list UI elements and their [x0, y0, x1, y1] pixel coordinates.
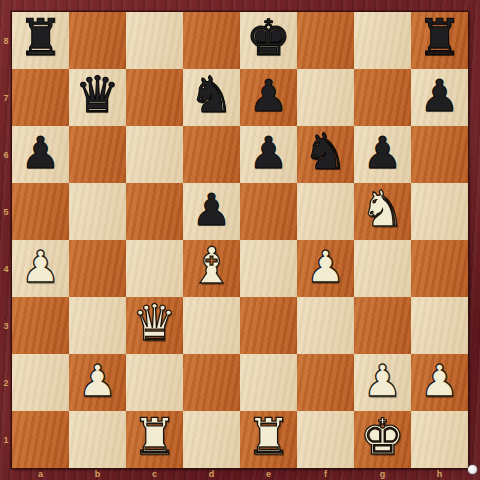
file-labels: abcdefgh — [12, 467, 468, 480]
square-b7[interactable]: ♛ — [69, 69, 126, 126]
square-b1[interactable] — [69, 411, 126, 468]
piece-white-queen[interactable]: ♛ — [132, 295, 177, 352]
square-h7[interactable]: ♟ — [411, 69, 468, 126]
square-h3[interactable] — [411, 297, 468, 354]
square-e1[interactable]: ♜ — [240, 411, 297, 468]
file-label-b: b — [69, 467, 126, 480]
piece-black-knight[interactable]: ♞ — [189, 67, 234, 124]
square-b4[interactable] — [69, 240, 126, 297]
square-d4[interactable]: ♝ — [183, 240, 240, 297]
square-c1[interactable]: ♜ — [126, 411, 183, 468]
square-c3[interactable]: ♛ — [126, 297, 183, 354]
square-e8[interactable]: ♚ — [240, 12, 297, 69]
square-e3[interactable] — [240, 297, 297, 354]
piece-black-pawn[interactable]: ♟ — [420, 67, 459, 124]
rank-label-5: 5 — [0, 183, 12, 240]
rank-label-8: 8 — [0, 12, 12, 69]
piece-black-pawn[interactable]: ♟ — [249, 67, 288, 124]
square-c5[interactable] — [126, 183, 183, 240]
board-frame: ♜♚♜♛♞♟♟♟♟♞♟♟♞♟♝♟♛♟♟♟♜♜♚ 87654321 abcdefg… — [0, 0, 480, 480]
file-label-g: g — [354, 467, 411, 480]
rank-label-7: 7 — [0, 69, 12, 126]
piece-white-pawn[interactable]: ♟ — [21, 238, 60, 295]
piece-white-pawn[interactable]: ♟ — [78, 352, 117, 409]
square-e2[interactable] — [240, 354, 297, 411]
square-g8[interactable] — [354, 12, 411, 69]
square-d2[interactable] — [183, 354, 240, 411]
square-a7[interactable] — [12, 69, 69, 126]
rank-label-6: 6 — [0, 126, 12, 183]
file-label-h: h — [411, 467, 468, 480]
piece-black-knight[interactable]: ♞ — [303, 124, 348, 181]
square-c6[interactable] — [126, 126, 183, 183]
piece-white-pawn[interactable]: ♟ — [420, 352, 459, 409]
rank-label-4: 4 — [0, 240, 12, 297]
rank-labels: 87654321 — [0, 12, 12, 468]
piece-white-bishop[interactable]: ♝ — [189, 238, 234, 295]
piece-white-pawn[interactable]: ♟ — [363, 352, 402, 409]
square-c7[interactable] — [126, 69, 183, 126]
square-f2[interactable] — [297, 354, 354, 411]
square-h6[interactable] — [411, 126, 468, 183]
piece-black-rook[interactable]: ♜ — [18, 10, 63, 67]
square-h4[interactable] — [411, 240, 468, 297]
square-a5[interactable] — [12, 183, 69, 240]
square-c4[interactable] — [126, 240, 183, 297]
square-b5[interactable] — [69, 183, 126, 240]
piece-white-pawn[interactable]: ♟ — [306, 238, 345, 295]
file-label-c: c — [126, 467, 183, 480]
square-e7[interactable]: ♟ — [240, 69, 297, 126]
square-a2[interactable] — [12, 354, 69, 411]
file-label-f: f — [297, 467, 354, 480]
piece-black-pawn[interactable]: ♟ — [21, 124, 60, 181]
square-h5[interactable] — [411, 183, 468, 240]
square-f7[interactable] — [297, 69, 354, 126]
square-h1[interactable] — [411, 411, 468, 468]
square-d6[interactable] — [183, 126, 240, 183]
chess-board: ♜♚♜♛♞♟♟♟♟♞♟♟♞♟♝♟♛♟♟♟♜♜♚ — [12, 12, 468, 468]
white-to-move-dot — [468, 465, 477, 474]
square-b8[interactable] — [69, 12, 126, 69]
square-e5[interactable] — [240, 183, 297, 240]
file-label-a: a — [12, 467, 69, 480]
square-c2[interactable] — [126, 354, 183, 411]
square-f3[interactable] — [297, 297, 354, 354]
square-a6[interactable]: ♟ — [12, 126, 69, 183]
square-d8[interactable] — [183, 12, 240, 69]
piece-white-rook[interactable]: ♜ — [132, 409, 177, 466]
square-g7[interactable] — [354, 69, 411, 126]
square-h2[interactable]: ♟ — [411, 354, 468, 411]
rank-label-3: 3 — [0, 297, 12, 354]
square-d1[interactable] — [183, 411, 240, 468]
piece-white-rook[interactable]: ♜ — [246, 409, 291, 466]
piece-black-queen[interactable]: ♛ — [75, 67, 120, 124]
file-label-e: e — [240, 467, 297, 480]
file-label-d: d — [183, 467, 240, 480]
square-b2[interactable]: ♟ — [69, 354, 126, 411]
square-g2[interactable]: ♟ — [354, 354, 411, 411]
piece-black-king[interactable]: ♚ — [246, 10, 291, 67]
piece-black-pawn[interactable]: ♟ — [249, 124, 288, 181]
square-e4[interactable] — [240, 240, 297, 297]
piece-white-knight[interactable]: ♞ — [360, 181, 405, 238]
rank-label-2: 2 — [0, 354, 12, 411]
square-b6[interactable] — [69, 126, 126, 183]
square-d3[interactable] — [183, 297, 240, 354]
piece-black-pawn[interactable]: ♟ — [192, 181, 231, 238]
square-e6[interactable]: ♟ — [240, 126, 297, 183]
square-g6[interactable]: ♟ — [354, 126, 411, 183]
square-g1[interactable]: ♚ — [354, 411, 411, 468]
square-f6[interactable]: ♞ — [297, 126, 354, 183]
square-d5[interactable]: ♟ — [183, 183, 240, 240]
square-a1[interactable] — [12, 411, 69, 468]
square-g3[interactable] — [354, 297, 411, 354]
square-b3[interactable] — [69, 297, 126, 354]
piece-black-pawn[interactable]: ♟ — [363, 124, 402, 181]
square-a3[interactable] — [12, 297, 69, 354]
square-f4[interactable]: ♟ — [297, 240, 354, 297]
piece-black-rook[interactable]: ♜ — [417, 10, 462, 67]
rank-label-1: 1 — [0, 411, 12, 468]
square-g5[interactable]: ♞ — [354, 183, 411, 240]
square-g4[interactable] — [354, 240, 411, 297]
square-f8[interactable] — [297, 12, 354, 69]
square-f1[interactable] — [297, 411, 354, 468]
square-h8[interactable]: ♜ — [411, 12, 468, 69]
square-f5[interactable] — [297, 183, 354, 240]
square-c8[interactable] — [126, 12, 183, 69]
square-a8[interactable]: ♜ — [12, 12, 69, 69]
square-a4[interactable]: ♟ — [12, 240, 69, 297]
piece-white-king[interactable]: ♚ — [360, 409, 405, 466]
square-d7[interactable]: ♞ — [183, 69, 240, 126]
